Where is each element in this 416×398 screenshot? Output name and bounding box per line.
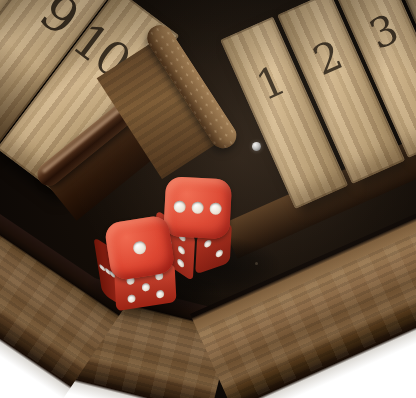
die-pip [210, 202, 223, 215]
die-pip [191, 201, 204, 214]
shut-the-box-photo: 9 10 1 2 3 [0, 0, 416, 398]
die-pip [141, 283, 149, 292]
pivot-pin-metal [252, 142, 261, 151]
die-top-face-one [103, 214, 175, 281]
die-pip [128, 294, 136, 303]
die-pip [216, 249, 224, 258]
die-showing-1[interactable] [88, 203, 203, 322]
die-pip [204, 239, 212, 248]
die-pip [156, 289, 164, 298]
die-pip [132, 240, 147, 255]
